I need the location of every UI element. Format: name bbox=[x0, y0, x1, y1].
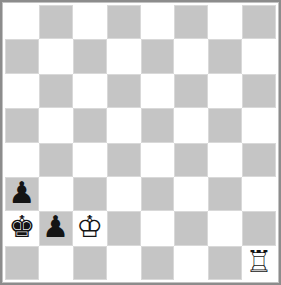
square-h3[interactable] bbox=[242, 177, 276, 211]
square-d7[interactable] bbox=[107, 39, 141, 73]
square-a4[interactable] bbox=[5, 143, 39, 177]
square-a3[interactable]: ♟ bbox=[5, 177, 39, 211]
square-g4[interactable] bbox=[208, 143, 242, 177]
square-e3[interactable] bbox=[141, 177, 175, 211]
square-b5[interactable] bbox=[39, 108, 73, 142]
square-a5[interactable] bbox=[5, 108, 39, 142]
square-g2[interactable] bbox=[208, 211, 242, 245]
square-d8[interactable] bbox=[107, 5, 141, 39]
square-d3[interactable] bbox=[107, 177, 141, 211]
square-b2[interactable]: ♟ bbox=[39, 211, 73, 245]
square-d5[interactable] bbox=[107, 108, 141, 142]
square-h8[interactable] bbox=[242, 5, 276, 39]
square-f4[interactable] bbox=[174, 143, 208, 177]
square-h2[interactable] bbox=[242, 211, 276, 245]
square-g5[interactable] bbox=[208, 108, 242, 142]
square-h4[interactable] bbox=[242, 143, 276, 177]
square-a1[interactable] bbox=[5, 246, 39, 280]
square-c8[interactable] bbox=[73, 5, 107, 39]
square-c7[interactable] bbox=[73, 39, 107, 73]
square-h1[interactable]: ♖ bbox=[242, 246, 276, 280]
square-f6[interactable] bbox=[174, 74, 208, 108]
square-e8[interactable] bbox=[141, 5, 175, 39]
square-b3[interactable] bbox=[39, 177, 73, 211]
square-a7[interactable] bbox=[5, 39, 39, 73]
square-d1[interactable] bbox=[107, 246, 141, 280]
square-g1[interactable] bbox=[208, 246, 242, 280]
square-e2[interactable] bbox=[141, 211, 175, 245]
square-e1[interactable] bbox=[141, 246, 175, 280]
square-f5[interactable] bbox=[174, 108, 208, 142]
square-b8[interactable] bbox=[39, 5, 73, 39]
square-h6[interactable] bbox=[242, 74, 276, 108]
square-a2[interactable]: ♚ bbox=[5, 211, 39, 245]
square-f7[interactable] bbox=[174, 39, 208, 73]
square-h7[interactable] bbox=[242, 39, 276, 73]
square-f3[interactable] bbox=[174, 177, 208, 211]
square-e5[interactable] bbox=[141, 108, 175, 142]
square-e7[interactable] bbox=[141, 39, 175, 73]
square-g3[interactable] bbox=[208, 177, 242, 211]
black-king-icon: ♚ bbox=[8, 212, 35, 242]
square-c4[interactable] bbox=[73, 143, 107, 177]
square-g8[interactable] bbox=[208, 5, 242, 39]
white-rook-icon: ♖ bbox=[246, 247, 273, 277]
black-pawn-icon: ♟ bbox=[8, 178, 35, 208]
square-e6[interactable] bbox=[141, 74, 175, 108]
square-a8[interactable] bbox=[5, 5, 39, 39]
square-b4[interactable] bbox=[39, 143, 73, 177]
square-b6[interactable] bbox=[39, 74, 73, 108]
square-g6[interactable] bbox=[208, 74, 242, 108]
square-b1[interactable] bbox=[39, 246, 73, 280]
square-d6[interactable] bbox=[107, 74, 141, 108]
square-c3[interactable] bbox=[73, 177, 107, 211]
square-c6[interactable] bbox=[73, 74, 107, 108]
square-c5[interactable] bbox=[73, 108, 107, 142]
square-d4[interactable] bbox=[107, 143, 141, 177]
square-e4[interactable] bbox=[141, 143, 175, 177]
black-pawn-icon: ♟ bbox=[42, 212, 69, 242]
square-c2[interactable]: ♔ bbox=[73, 211, 107, 245]
chess-board: ♟♚♟♔♖ bbox=[0, 0, 281, 285]
square-f2[interactable] bbox=[174, 211, 208, 245]
square-f8[interactable] bbox=[174, 5, 208, 39]
square-f1[interactable] bbox=[174, 246, 208, 280]
square-c1[interactable] bbox=[73, 246, 107, 280]
white-king-icon: ♔ bbox=[76, 212, 103, 242]
chess-board-grid: ♟♚♟♔♖ bbox=[5, 5, 276, 280]
square-a6[interactable] bbox=[5, 74, 39, 108]
square-h5[interactable] bbox=[242, 108, 276, 142]
square-d2[interactable] bbox=[107, 211, 141, 245]
square-g7[interactable] bbox=[208, 39, 242, 73]
square-b7[interactable] bbox=[39, 39, 73, 73]
